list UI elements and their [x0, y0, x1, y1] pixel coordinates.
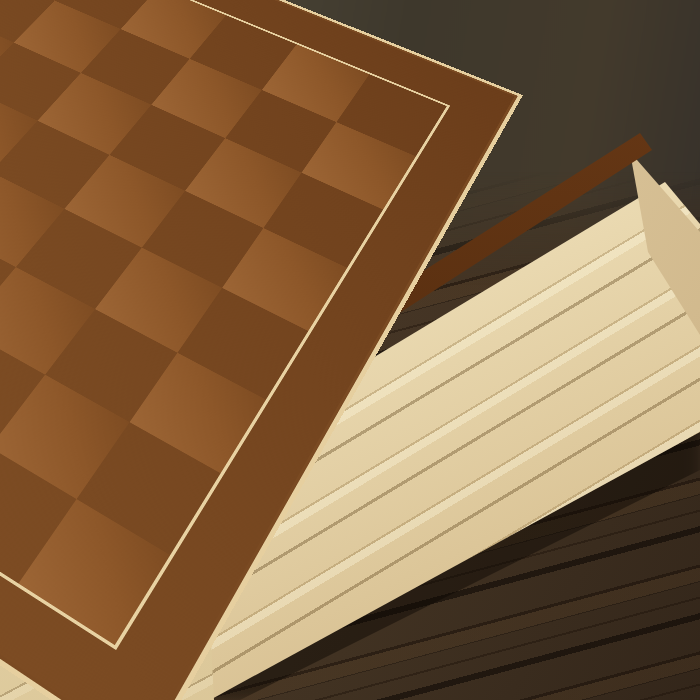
chess-set-photo: abcdefgh ♜♞♝♚♛♝♞♜♟♟♟♟♟♟♟♟♛♟♟♝♟♟♞♞♜♟♟♚♜: [0, 0, 700, 700]
